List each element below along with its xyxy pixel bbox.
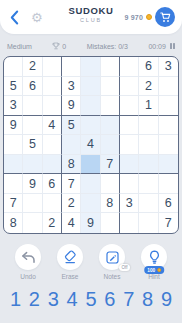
cell-r8c6[interactable]: 8 xyxy=(101,194,120,214)
cell-r4c2[interactable] xyxy=(23,116,42,136)
difficulty-label[interactable]: Medium xyxy=(7,43,32,50)
cell-r5c4[interactable] xyxy=(62,135,81,155)
cell-r8c8[interactable] xyxy=(139,194,158,214)
trophy-icon xyxy=(52,42,60,50)
cell-r6c1[interactable] xyxy=(4,155,23,175)
erase-label: Erase xyxy=(62,273,79,280)
cell-r5c6[interactable] xyxy=(101,135,120,155)
cell-r6c5[interactable] xyxy=(81,155,100,175)
cell-r2c7[interactable] xyxy=(120,77,139,97)
numpad-4[interactable]: 4 xyxy=(64,288,81,310)
cell-r4c5[interactable] xyxy=(81,116,100,136)
notes-toggle-badge: Off xyxy=(119,264,130,271)
cell-r3c5[interactable] xyxy=(81,96,100,116)
cell-r6c7[interactable] xyxy=(120,155,139,175)
hint-cost-value: 100 xyxy=(147,268,155,273)
settings-gear-icon[interactable]: ⚙ xyxy=(31,11,43,24)
cell-r2c4[interactable]: 3 xyxy=(62,77,81,97)
cell-r1c5[interactable] xyxy=(81,57,100,77)
hint-label: Hint xyxy=(148,273,160,280)
hint-bulb-icon xyxy=(148,250,161,264)
numpad-6[interactable]: 6 xyxy=(101,288,118,310)
numpad-5[interactable]: 5 xyxy=(83,288,100,310)
cell-r2c9[interactable] xyxy=(159,77,178,97)
cell-r5c3[interactable] xyxy=(43,135,62,155)
cell-r8c4[interactable]: 2 xyxy=(62,194,81,214)
numpad-8[interactable]: 8 xyxy=(139,288,156,310)
cell-r9c7[interactable] xyxy=(120,213,139,233)
cell-r3c1[interactable]: 3 xyxy=(4,96,23,116)
cell-r2c2[interactable]: 6 xyxy=(23,77,42,97)
cell-r3c6[interactable] xyxy=(101,96,120,116)
shop-button[interactable] xyxy=(155,7,175,27)
cell-r5c9[interactable] xyxy=(159,135,178,155)
cell-r8c5[interactable] xyxy=(81,194,100,214)
cell-r3c3[interactable] xyxy=(43,96,62,116)
cell-r8c3[interactable] xyxy=(43,194,62,214)
cell-r5c8[interactable] xyxy=(139,135,158,155)
notes-label: Notes xyxy=(104,273,121,280)
numpad-1[interactable]: 1 xyxy=(7,288,24,310)
cell-r2c3[interactable] xyxy=(43,77,62,97)
cell-r7c7[interactable] xyxy=(120,174,139,194)
number-pad: 123456789 xyxy=(0,288,182,310)
numpad-9[interactable]: 9 xyxy=(158,288,175,310)
cell-r9c1[interactable]: 8 xyxy=(4,213,23,233)
cell-r5c7[interactable] xyxy=(120,135,139,155)
cell-r4c8[interactable] xyxy=(139,116,158,136)
header: ⚙ SUDOKU CLUB 9 970 xyxy=(0,0,182,34)
notes-pencil-icon xyxy=(106,251,119,264)
score-group: 0 xyxy=(52,42,66,50)
cell-r1c8[interactable]: 6 xyxy=(139,57,158,77)
cell-r2c5[interactable] xyxy=(81,77,100,97)
erase-button[interactable]: Erase xyxy=(55,244,85,280)
numpad-3[interactable]: 3 xyxy=(45,288,62,310)
cell-r4c4[interactable]: 5 xyxy=(62,116,81,136)
cell-r7c9[interactable] xyxy=(159,174,178,194)
cell-r4c6[interactable] xyxy=(101,116,120,136)
cell-r4c1[interactable]: 9 xyxy=(4,116,23,136)
cell-r4c7[interactable] xyxy=(120,116,139,136)
cell-r1c1[interactable] xyxy=(4,57,23,77)
numpad-7[interactable]: 7 xyxy=(120,288,137,310)
cell-r1c9[interactable]: 3 xyxy=(159,57,178,77)
cell-r7c3[interactable]: 6 xyxy=(43,174,62,194)
cell-r6c8[interactable] xyxy=(139,155,158,175)
cell-r4c9[interactable] xyxy=(159,116,178,136)
cell-r2c1[interactable]: 5 xyxy=(4,77,23,97)
eraser-icon xyxy=(63,250,77,264)
cell-r7c6[interactable] xyxy=(101,174,120,194)
cell-r8c7[interactable]: 3 xyxy=(120,194,139,214)
cell-r7c2[interactable]: 9 xyxy=(23,174,42,194)
cell-r9c4[interactable]: 4 xyxy=(62,213,81,233)
cell-r2c6[interactable] xyxy=(101,77,120,97)
cell-r6c6[interactable]: 7 xyxy=(101,155,120,175)
hint-coin-icon xyxy=(157,268,161,272)
cell-r1c2[interactable]: 2 xyxy=(23,57,42,77)
cell-r7c8[interactable] xyxy=(139,174,158,194)
score-value: 0 xyxy=(62,43,66,50)
pause-button[interactable] xyxy=(170,43,175,49)
cell-r5c5[interactable]: 4 xyxy=(81,135,100,155)
cell-r9c3[interactable]: 2 xyxy=(43,213,62,233)
mistakes-label: Mistakes: 0/3 xyxy=(87,43,128,50)
cell-r7c5[interactable] xyxy=(81,174,100,194)
cell-r1c6[interactable] xyxy=(101,57,120,77)
undo-label: Undo xyxy=(20,273,36,280)
cart-icon xyxy=(160,12,171,23)
cell-r8c1[interactable]: 7 xyxy=(4,194,23,214)
coin-balance: 9 970 xyxy=(124,14,143,21)
hint-cost-badge: 100 xyxy=(144,266,164,274)
coin-icon xyxy=(146,14,152,20)
toolbar: Undo Erase Off Notes xyxy=(0,244,182,280)
hint-button[interactable]: 100 Hint xyxy=(139,244,169,280)
cell-r3c4[interactable]: 9 xyxy=(62,96,81,116)
cell-r9c2[interactable] xyxy=(23,213,42,233)
cell-r3c2[interactable] xyxy=(23,96,42,116)
undo-button[interactable]: Undo xyxy=(13,244,43,280)
numpad-2[interactable]: 2 xyxy=(26,288,43,310)
cell-r8c9[interactable]: 6 xyxy=(159,194,178,214)
cell-r9c5[interactable]: 9 xyxy=(81,213,100,233)
cell-r2c8[interactable]: 2 xyxy=(139,77,158,97)
cell-r7c4[interactable]: 7 xyxy=(62,174,81,194)
cell-r3c9[interactable] xyxy=(159,96,178,116)
sudoku-board: 263563239194554879677283682497 xyxy=(3,56,179,234)
cell-r8c2[interactable] xyxy=(23,194,42,214)
back-chevron-icon xyxy=(10,10,19,25)
cell-r6c9[interactable] xyxy=(159,155,178,175)
cell-r3c7[interactable] xyxy=(120,96,139,116)
cell-r9c8[interactable] xyxy=(139,213,158,233)
cell-r1c7[interactable] xyxy=(120,57,139,77)
cell-r6c2[interactable] xyxy=(23,155,42,175)
cell-r5c1[interactable] xyxy=(4,135,23,155)
undo-arrow-icon xyxy=(21,251,36,264)
cell-r9c6[interactable] xyxy=(101,213,120,233)
notes-button[interactable]: Off Notes xyxy=(97,244,127,280)
back-button[interactable] xyxy=(7,8,21,26)
cell-r1c4[interactable] xyxy=(62,57,81,77)
cell-r6c3[interactable] xyxy=(43,155,62,175)
cell-r6c4[interactable]: 8 xyxy=(62,155,81,175)
cell-r1c3[interactable] xyxy=(43,57,62,77)
cell-r4c3[interactable]: 4 xyxy=(43,116,62,136)
cell-r9c9[interactable]: 7 xyxy=(159,213,178,233)
cell-r5c2[interactable]: 5 xyxy=(23,135,42,155)
timer-value: 00:09 xyxy=(148,43,166,50)
cell-r3c8[interactable]: 1 xyxy=(139,96,158,116)
status-bar: Medium 0 Mistakes: 0/3 00:09 xyxy=(0,41,182,51)
cell-r7c1[interactable] xyxy=(4,174,23,194)
